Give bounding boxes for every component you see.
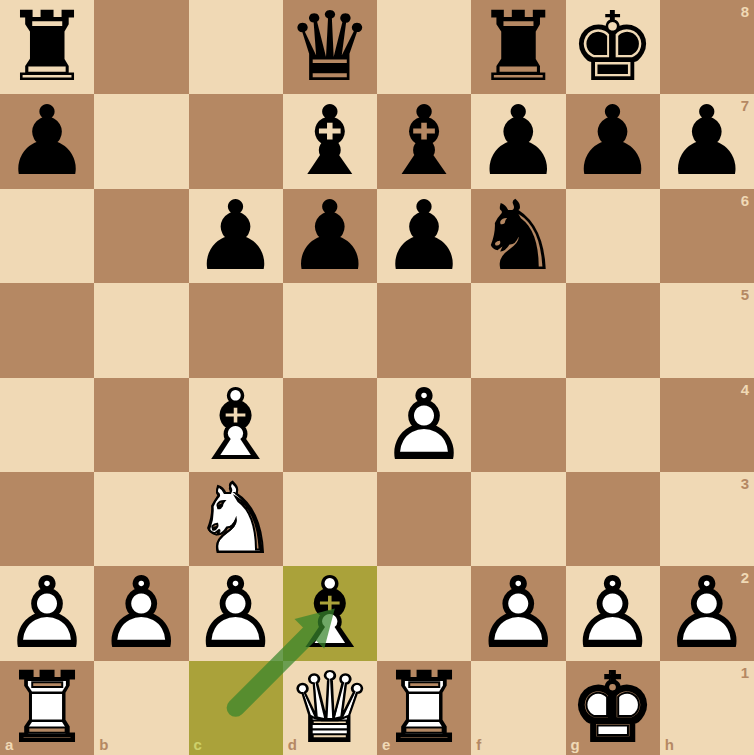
black-king-body: ♚ (566, 0, 660, 94)
square-d8[interactable]: ♛ (283, 0, 377, 94)
last-move-highlight-d2 (283, 566, 377, 660)
coordinate-rank-6: 6 (741, 193, 749, 208)
white-pawn-outline: ♙ (0, 566, 94, 660)
square-d1[interactable]: d♛♕ (283, 661, 377, 755)
black-knight-body: ♞ (471, 189, 565, 283)
coordinate-file-g: g (571, 737, 580, 752)
coordinate-file-f: f (476, 737, 481, 752)
square-g2[interactable]: ♟♙ (566, 566, 660, 660)
square-b1[interactable]: b (94, 661, 188, 755)
square-h2[interactable]: 2♟♙ (660, 566, 754, 660)
square-e5[interactable] (377, 283, 471, 377)
square-b5[interactable] (94, 283, 188, 377)
white-pawn-body: ♟ (471, 566, 565, 660)
square-g4[interactable] (566, 378, 660, 472)
square-h3[interactable]: 3 (660, 472, 754, 566)
square-e2[interactable] (377, 566, 471, 660)
white-pawn-body: ♟ (566, 566, 660, 660)
coordinate-file-h: h (665, 737, 674, 752)
black-rook-body: ♜ (471, 0, 565, 94)
square-b8[interactable] (94, 0, 188, 94)
square-e8[interactable] (377, 0, 471, 94)
square-h4[interactable]: 4 (660, 378, 754, 472)
square-a8[interactable]: ♜ (0, 0, 94, 94)
white-bishop-body: ♝ (189, 378, 283, 472)
square-b2[interactable]: ♟♙ (94, 566, 188, 660)
square-a7[interactable]: ♟ (0, 94, 94, 188)
square-a2[interactable]: ♟♙ (0, 566, 94, 660)
black-bishop-body: ♝ (377, 94, 471, 188)
black-pawn-body: ♟ (471, 94, 565, 188)
black-pawn-body: ♟ (377, 189, 471, 283)
square-d4[interactable] (283, 378, 377, 472)
coordinate-rank-2: 2 (741, 570, 749, 585)
square-a4[interactable] (0, 378, 94, 472)
black-pawn-body: ♟ (0, 94, 94, 188)
square-f4[interactable] (471, 378, 565, 472)
chess-board: ♜♛♜♚8♟♝♝♟♟7♟♟♟♟♞65♝♗♟♙4♞♘3♟♙♟♙♟♙♝♗♟♙♟♙2♟… (0, 0, 754, 755)
coordinate-file-e: e (382, 737, 390, 752)
white-pawn-outline: ♙ (189, 566, 283, 660)
square-a5[interactable] (0, 283, 94, 377)
white-pawn-outline: ♙ (566, 566, 660, 660)
square-d3[interactable] (283, 472, 377, 566)
square-g6[interactable] (566, 189, 660, 283)
white-rook-body: ♜ (377, 661, 471, 755)
black-bishop-body: ♝ (283, 94, 377, 188)
white-pawn-body: ♟ (94, 566, 188, 660)
square-f1[interactable]: f (471, 661, 565, 755)
coordinate-file-a: a (5, 737, 13, 752)
square-g5[interactable] (566, 283, 660, 377)
square-b6[interactable] (94, 189, 188, 283)
white-pawn-body: ♟ (189, 566, 283, 660)
square-c4[interactable]: ♝♗ (189, 378, 283, 472)
coordinate-rank-7: 7 (741, 98, 749, 113)
square-c7[interactable] (189, 94, 283, 188)
square-d7[interactable]: ♝ (283, 94, 377, 188)
square-f8[interactable]: ♜ (471, 0, 565, 94)
square-c1[interactable]: c (189, 661, 283, 755)
square-e1[interactable]: e♜♖ (377, 661, 471, 755)
square-a3[interactable] (0, 472, 94, 566)
coordinate-file-d: d (288, 737, 297, 752)
square-g3[interactable] (566, 472, 660, 566)
square-g7[interactable]: ♟ (566, 94, 660, 188)
coordinate-rank-8: 8 (741, 4, 749, 19)
white-bishop-outline: ♗ (189, 378, 283, 472)
square-f3[interactable] (471, 472, 565, 566)
square-a1[interactable]: a♜♖ (0, 661, 94, 755)
white-rook-outline: ♖ (0, 661, 94, 755)
white-pawn-body: ♟ (0, 566, 94, 660)
square-h7[interactable]: 7♟ (660, 94, 754, 188)
square-h1[interactable]: 1h (660, 661, 754, 755)
black-pawn-body: ♟ (283, 189, 377, 283)
square-f7[interactable]: ♟ (471, 94, 565, 188)
square-f5[interactable] (471, 283, 565, 377)
coordinate-rank-1: 1 (741, 665, 749, 680)
coordinate-rank-4: 4 (741, 382, 749, 397)
coordinate-rank-3: 3 (741, 476, 749, 491)
white-pawn-body: ♟ (377, 378, 471, 472)
square-h5[interactable]: 5 (660, 283, 754, 377)
square-a6[interactable] (0, 189, 94, 283)
square-h8[interactable]: 8 (660, 0, 754, 94)
square-d2[interactable]: ♝♗ (283, 566, 377, 660)
coordinate-rank-5: 5 (741, 287, 749, 302)
black-queen-body: ♛ (283, 0, 377, 94)
white-pawn-outline: ♙ (377, 378, 471, 472)
white-knight-body: ♞ (189, 472, 283, 566)
square-f2[interactable]: ♟♙ (471, 566, 565, 660)
coordinate-file-b: b (99, 737, 108, 752)
white-knight-outline: ♘ (189, 472, 283, 566)
white-rook-body: ♜ (0, 661, 94, 755)
square-e4[interactable]: ♟♙ (377, 378, 471, 472)
white-rook-outline: ♖ (377, 661, 471, 755)
square-e7[interactable]: ♝ (377, 94, 471, 188)
square-h6[interactable]: 6 (660, 189, 754, 283)
square-c6[interactable]: ♟ (189, 189, 283, 283)
square-d6[interactable]: ♟ (283, 189, 377, 283)
square-g1[interactable]: g♚♔ (566, 661, 660, 755)
square-c5[interactable] (189, 283, 283, 377)
white-pawn-outline: ♙ (471, 566, 565, 660)
square-c8[interactable] (189, 0, 283, 94)
white-pawn-outline: ♙ (94, 566, 188, 660)
square-b3[interactable] (94, 472, 188, 566)
black-rook-body: ♜ (0, 0, 94, 94)
square-c3[interactable]: ♞♘ (189, 472, 283, 566)
square-d5[interactable] (283, 283, 377, 377)
square-f6[interactable]: ♞ (471, 189, 565, 283)
square-e3[interactable] (377, 472, 471, 566)
square-b4[interactable] (94, 378, 188, 472)
square-g8[interactable]: ♚ (566, 0, 660, 94)
black-pawn-body: ♟ (189, 189, 283, 283)
black-pawn-body: ♟ (566, 94, 660, 188)
square-c2[interactable]: ♟♙ (189, 566, 283, 660)
square-b7[interactable] (94, 94, 188, 188)
square-e6[interactable]: ♟ (377, 189, 471, 283)
last-move-highlight-c1 (189, 661, 283, 755)
